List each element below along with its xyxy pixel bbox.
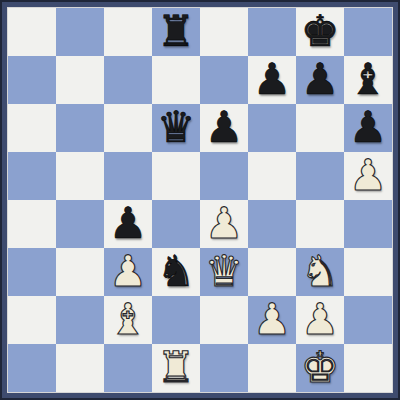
black-pawn[interactable]: ♟: [349, 104, 388, 151]
white-pawn[interactable]: ♟: [205, 200, 244, 247]
square-b4[interactable]: [56, 200, 104, 248]
square-a6[interactable]: [8, 104, 56, 152]
square-f4[interactable]: [248, 200, 296, 248]
black-pawn[interactable]: ♟: [301, 56, 340, 103]
square-f2[interactable]: ♟: [248, 296, 296, 344]
square-e6[interactable]: ♟: [200, 104, 248, 152]
square-h7[interactable]: ♝: [344, 56, 392, 104]
square-f6[interactable]: [248, 104, 296, 152]
square-e5[interactable]: [200, 152, 248, 200]
square-c4[interactable]: ♟: [104, 200, 152, 248]
square-g8[interactable]: ♚: [296, 8, 344, 56]
black-king[interactable]: ♚: [301, 8, 340, 55]
white-king[interactable]: ♚: [301, 344, 340, 391]
square-h5[interactable]: ♟: [344, 152, 392, 200]
square-d8[interactable]: ♜: [152, 8, 200, 56]
square-h1[interactable]: [344, 344, 392, 392]
square-b3[interactable]: [56, 248, 104, 296]
chess-board: ♜♚♟♟♝♛♟♟♟♟♟♟♞♛♞♝♟♟♜♚: [8, 8, 392, 392]
square-g1[interactable]: ♚: [296, 344, 344, 392]
white-knight[interactable]: ♞: [301, 248, 340, 295]
square-b8[interactable]: [56, 8, 104, 56]
square-g5[interactable]: [296, 152, 344, 200]
square-c2[interactable]: ♝: [104, 296, 152, 344]
square-b6[interactable]: [56, 104, 104, 152]
square-f3[interactable]: [248, 248, 296, 296]
square-a7[interactable]: [8, 56, 56, 104]
black-bishop[interactable]: ♝: [349, 56, 388, 103]
black-knight[interactable]: ♞: [157, 248, 196, 295]
black-rook[interactable]: ♜: [157, 8, 196, 55]
square-e1[interactable]: [200, 344, 248, 392]
square-f7[interactable]: ♟: [248, 56, 296, 104]
square-h2[interactable]: [344, 296, 392, 344]
square-e4[interactable]: ♟: [200, 200, 248, 248]
square-f5[interactable]: [248, 152, 296, 200]
square-g7[interactable]: ♟: [296, 56, 344, 104]
square-g3[interactable]: ♞: [296, 248, 344, 296]
square-d2[interactable]: [152, 296, 200, 344]
square-e8[interactable]: [200, 8, 248, 56]
square-a8[interactable]: [8, 8, 56, 56]
square-b2[interactable]: [56, 296, 104, 344]
square-d3[interactable]: ♞: [152, 248, 200, 296]
white-pawn[interactable]: ♟: [349, 152, 388, 199]
white-pawn[interactable]: ♟: [253, 296, 292, 343]
square-e2[interactable]: [200, 296, 248, 344]
square-h3[interactable]: [344, 248, 392, 296]
square-f1[interactable]: [248, 344, 296, 392]
square-d7[interactable]: [152, 56, 200, 104]
square-b5[interactable]: [56, 152, 104, 200]
black-pawn[interactable]: ♟: [205, 104, 244, 151]
black-queen[interactable]: ♛: [157, 104, 196, 151]
square-e7[interactable]: [200, 56, 248, 104]
square-d6[interactable]: ♛: [152, 104, 200, 152]
square-h8[interactable]: [344, 8, 392, 56]
square-g6[interactable]: [296, 104, 344, 152]
square-g4[interactable]: [296, 200, 344, 248]
square-d4[interactable]: [152, 200, 200, 248]
square-a4[interactable]: [8, 200, 56, 248]
board-frame: ♜♚♟♟♝♛♟♟♟♟♟♟♞♛♞♝♟♟♜♚: [0, 0, 400, 400]
square-c1[interactable]: [104, 344, 152, 392]
black-pawn[interactable]: ♟: [109, 200, 148, 247]
square-a1[interactable]: [8, 344, 56, 392]
square-h4[interactable]: [344, 200, 392, 248]
square-d5[interactable]: [152, 152, 200, 200]
square-c7[interactable]: [104, 56, 152, 104]
square-h6[interactable]: ♟: [344, 104, 392, 152]
square-a5[interactable]: [8, 152, 56, 200]
white-queen[interactable]: ♛: [205, 248, 244, 295]
square-c5[interactable]: [104, 152, 152, 200]
black-pawn[interactable]: ♟: [253, 56, 292, 103]
white-bishop[interactable]: ♝: [109, 296, 148, 343]
square-a2[interactable]: [8, 296, 56, 344]
square-d1[interactable]: ♜: [152, 344, 200, 392]
square-f8[interactable]: [248, 8, 296, 56]
square-c3[interactable]: ♟: [104, 248, 152, 296]
square-c8[interactable]: [104, 8, 152, 56]
square-c6[interactable]: [104, 104, 152, 152]
square-b1[interactable]: [56, 344, 104, 392]
white-pawn[interactable]: ♟: [109, 248, 148, 295]
square-e3[interactable]: ♛: [200, 248, 248, 296]
white-pawn[interactable]: ♟: [301, 296, 340, 343]
square-g2[interactable]: ♟: [296, 296, 344, 344]
square-a3[interactable]: [8, 248, 56, 296]
white-rook[interactable]: ♜: [157, 344, 196, 391]
square-b7[interactable]: [56, 56, 104, 104]
